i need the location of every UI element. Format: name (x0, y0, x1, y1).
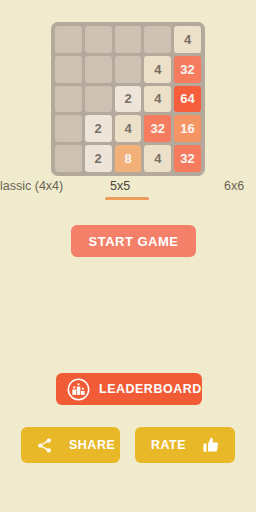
empty-cell (115, 26, 142, 53)
selected-tab-underline (105, 197, 149, 200)
tile-4: 4 (144, 86, 171, 113)
board-5x5-preview: 4432246424321628432 (51, 22, 205, 176)
empty-cell (144, 26, 171, 53)
start-game-button[interactable]: START GAME (71, 225, 196, 257)
podium-in-circle-icon (67, 378, 90, 401)
empty-cell (55, 86, 82, 113)
mode-select-screen: 4432246424321628432 Classic (4x4) 5x5 6x… (0, 0, 256, 512)
leaderboard-button[interactable]: LEADERBOARD (56, 373, 202, 405)
tile-4: 4 (174, 26, 201, 53)
tab-5x5[interactable]: 5x5 (110, 179, 130, 193)
tile-32: 32 (144, 115, 171, 142)
tab-6x6[interactable]: 6x6 (224, 179, 244, 193)
tile-8: 8 (115, 145, 142, 172)
share-nodes-icon (36, 437, 53, 454)
empty-cell (55, 26, 82, 53)
empty-cell (55, 56, 82, 83)
tile-4: 4 (115, 115, 142, 142)
tile-32: 32 (174, 145, 201, 172)
tile-2: 2 (115, 86, 142, 113)
tile-2: 2 (85, 145, 112, 172)
empty-cell (85, 56, 112, 83)
rate-label: RATE (151, 438, 186, 452)
leaderboard-label: LEADERBOARD (99, 382, 202, 396)
tile-64: 64 (174, 86, 201, 113)
tile-16: 16 (174, 115, 201, 142)
empty-cell (115, 56, 142, 83)
tile-4: 4 (144, 145, 171, 172)
thumbs-up-icon (202, 436, 220, 454)
mode-tabbar: Classic (4x4) 5x5 6x6 (0, 179, 256, 197)
empty-cell (55, 145, 82, 172)
tile-2: 2 (85, 115, 112, 142)
empty-cell (85, 86, 112, 113)
share-label: SHARE (69, 438, 115, 452)
tile-4: 4 (144, 56, 171, 83)
tab-classic-4x4[interactable]: Classic (4x4) (0, 179, 63, 193)
tile-32: 32 (174, 56, 201, 83)
empty-cell (55, 115, 82, 142)
share-button[interactable]: SHARE (21, 427, 120, 463)
start-game-label: START GAME (89, 234, 179, 249)
empty-cell (85, 26, 112, 53)
rate-button[interactable]: RATE (135, 427, 235, 463)
